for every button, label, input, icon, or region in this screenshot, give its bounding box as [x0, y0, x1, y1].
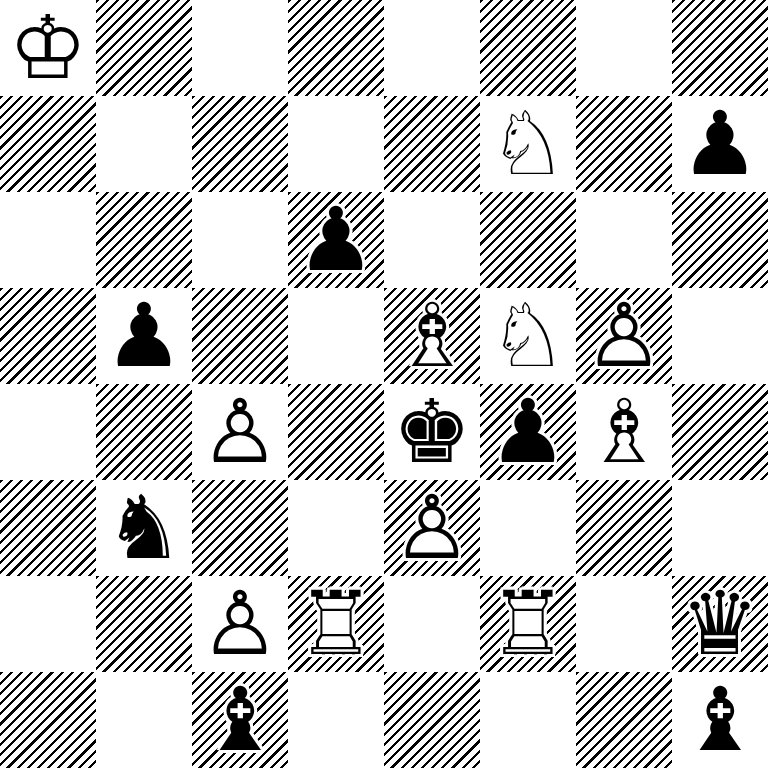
white-king-icon: ♔: [9, 0, 88, 96]
square-e4[interactable]: ♚♚: [384, 384, 480, 480]
white-bishop-icon: ♗: [393, 288, 472, 384]
piece-white-rook-f2[interactable]: ♜♖: [480, 576, 576, 672]
piece-black-pawn-d6[interactable]: ♟♟: [288, 192, 384, 288]
white-bishop-icon: ♗: [585, 384, 664, 480]
square-e5[interactable]: ♝♗: [384, 288, 480, 384]
piece-black-pawn-h7[interactable]: ♟♟: [672, 96, 768, 192]
black-pawn-icon: ♟: [681, 96, 760, 192]
square-d8[interactable]: [288, 0, 384, 96]
square-g8[interactable]: [576, 0, 672, 96]
black-queen-icon: ♛: [681, 576, 760, 672]
black-pawn-icon: ♟: [105, 288, 184, 384]
black-bishop-icon: ♝: [681, 672, 760, 768]
piece-black-king-e4[interactable]: ♚♚: [384, 384, 480, 480]
white-pawn-icon: ♙: [393, 480, 472, 576]
black-bishop-icon: ♝: [201, 672, 280, 768]
square-b7[interactable]: [96, 96, 192, 192]
square-a7[interactable]: [0, 96, 96, 192]
square-g6[interactable]: [576, 192, 672, 288]
white-rook-icon: ♖: [489, 576, 568, 672]
black-king-icon: ♚: [393, 384, 472, 480]
black-pawn-icon: ♟: [297, 192, 376, 288]
square-c2[interactable]: ♟♙: [192, 576, 288, 672]
square-b6[interactable]: [96, 192, 192, 288]
white-pawn-icon: ♙: [201, 384, 280, 480]
black-pawn-icon: ♟: [489, 384, 568, 480]
square-g5[interactable]: ♟♙: [576, 288, 672, 384]
square-d7[interactable]: [288, 96, 384, 192]
square-h4[interactable]: [672, 384, 768, 480]
piece-black-bishop-h1[interactable]: ♝♝: [672, 672, 768, 768]
square-b5[interactable]: ♟♟: [96, 288, 192, 384]
square-g7[interactable]: [576, 96, 672, 192]
square-c1[interactable]: ♝♝: [192, 672, 288, 768]
square-f2[interactable]: ♜♖: [480, 576, 576, 672]
piece-white-pawn-c2[interactable]: ♟♙: [192, 576, 288, 672]
square-f7[interactable]: ♞♘: [480, 96, 576, 192]
square-e7[interactable]: [384, 96, 480, 192]
square-f8[interactable]: [480, 0, 576, 96]
white-knight-icon: ♘: [489, 96, 568, 192]
square-e3[interactable]: ♟♙: [384, 480, 480, 576]
square-f4[interactable]: ♟♟: [480, 384, 576, 480]
square-a1[interactable]: [0, 672, 96, 768]
square-h7[interactable]: ♟♟: [672, 96, 768, 192]
piece-white-rook-d2[interactable]: ♜♖: [288, 576, 384, 672]
chess-board: ♚♔♞♘♟♟♟♟♟♟♝♗♞♘♟♙♟♙♚♚♟♟♝♗♞♞♟♙♟♙♜♖♜♖♛♛♝♝♝♝: [0, 0, 768, 768]
square-d6[interactable]: ♟♟: [288, 192, 384, 288]
square-h1[interactable]: ♝♝: [672, 672, 768, 768]
square-f6[interactable]: [480, 192, 576, 288]
piece-white-knight-f7[interactable]: ♞♘: [480, 96, 576, 192]
square-d4[interactable]: [288, 384, 384, 480]
square-h2[interactable]: ♛♛: [672, 576, 768, 672]
square-b2[interactable]: [96, 576, 192, 672]
square-a4[interactable]: [0, 384, 96, 480]
square-c3[interactable]: [192, 480, 288, 576]
square-d2[interactable]: ♜♖: [288, 576, 384, 672]
square-b1[interactable]: [96, 672, 192, 768]
square-g2[interactable]: [576, 576, 672, 672]
piece-white-knight-f5[interactable]: ♞♘: [480, 288, 576, 384]
square-g1[interactable]: [576, 672, 672, 768]
square-e2[interactable]: [384, 576, 480, 672]
square-e1[interactable]: [384, 672, 480, 768]
square-b4[interactable]: [96, 384, 192, 480]
white-pawn-icon: ♙: [201, 576, 280, 672]
square-a5[interactable]: [0, 288, 96, 384]
square-a2[interactable]: [0, 576, 96, 672]
square-e6[interactable]: [384, 192, 480, 288]
piece-black-pawn-f4[interactable]: ♟♟: [480, 384, 576, 480]
piece-black-pawn-b5[interactable]: ♟♟: [96, 288, 192, 384]
square-h3[interactable]: [672, 480, 768, 576]
square-h6[interactable]: [672, 192, 768, 288]
square-a6[interactable]: [0, 192, 96, 288]
square-g3[interactable]: [576, 480, 672, 576]
piece-white-king-a8[interactable]: ♚♔: [0, 0, 96, 96]
piece-black-bishop-c1[interactable]: ♝♝: [192, 672, 288, 768]
piece-white-pawn-g5[interactable]: ♟♙: [576, 288, 672, 384]
square-c6[interactable]: [192, 192, 288, 288]
square-c5[interactable]: [192, 288, 288, 384]
square-c7[interactable]: [192, 96, 288, 192]
square-a3[interactable]: [0, 480, 96, 576]
square-h8[interactable]: [672, 0, 768, 96]
square-d3[interactable]: [288, 480, 384, 576]
square-b3[interactable]: ♞♞: [96, 480, 192, 576]
piece-black-knight-b3[interactable]: ♞♞: [96, 480, 192, 576]
piece-white-pawn-e3[interactable]: ♟♙: [384, 480, 480, 576]
white-rook-icon: ♖: [297, 576, 376, 672]
piece-white-pawn-c4[interactable]: ♟♙: [192, 384, 288, 480]
piece-white-bishop-e5[interactable]: ♝♗: [384, 288, 480, 384]
square-c8[interactable]: [192, 0, 288, 96]
square-f1[interactable]: [480, 672, 576, 768]
white-pawn-icon: ♙: [585, 288, 664, 384]
square-e8[interactable]: [384, 0, 480, 96]
square-b8[interactable]: [96, 0, 192, 96]
square-d1[interactable]: [288, 672, 384, 768]
piece-black-queen-h2[interactable]: ♛♛: [672, 576, 768, 672]
square-f5[interactable]: ♞♘: [480, 288, 576, 384]
square-f3[interactable]: [480, 480, 576, 576]
white-knight-icon: ♘: [489, 288, 568, 384]
square-c4[interactable]: ♟♙: [192, 384, 288, 480]
square-a8[interactable]: ♚♔: [0, 0, 96, 96]
square-h5[interactable]: [672, 288, 768, 384]
square-d5[interactable]: [288, 288, 384, 384]
square-g4[interactable]: ♝♗: [576, 384, 672, 480]
black-knight-icon: ♞: [105, 480, 184, 576]
piece-white-bishop-g4[interactable]: ♝♗: [576, 384, 672, 480]
